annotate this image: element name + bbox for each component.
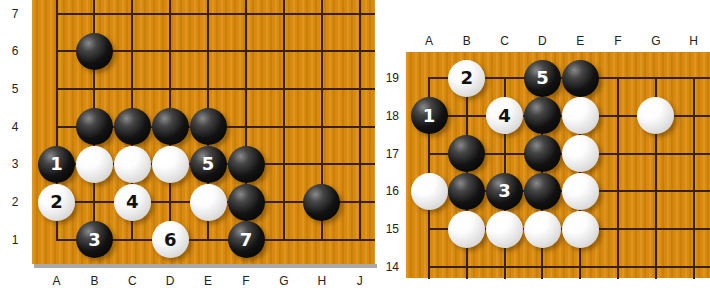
stone-black-B1: 3: [76, 221, 113, 258]
stone-black-B6: [76, 33, 113, 70]
move-number-5: 5: [202, 155, 215, 173]
stone-black-C16: 3: [486, 173, 523, 210]
row-label-17: 17: [373, 146, 399, 162]
move-number-7: 7: [240, 231, 253, 249]
move-number-2: 2: [461, 69, 474, 87]
stone-black-H2: [303, 184, 340, 221]
column-label-J: J: [347, 273, 373, 289]
stone-white-E16: [562, 173, 599, 210]
stone-white-B19: 2: [448, 60, 485, 97]
row-label-7: 7: [2, 6, 28, 22]
grid-line-row-7: [56, 13, 376, 15]
stone-black-F1: 7: [228, 221, 265, 258]
grid-line-row-5: [56, 88, 376, 90]
column-label-B: B: [454, 33, 480, 49]
row-label-15: 15: [373, 221, 399, 237]
row-label-1: 1: [2, 232, 28, 248]
row-label-2: 2: [2, 194, 28, 210]
diagram-left-board-edge-shadow: [34, 264, 377, 268]
column-label-E: E: [567, 33, 593, 49]
column-label-F: F: [605, 33, 631, 49]
stone-black-C4: [114, 108, 151, 145]
row-label-18: 18: [373, 108, 399, 124]
move-number-6: 6: [164, 231, 177, 249]
stone-black-D17: [524, 135, 561, 172]
column-label-A: A: [416, 33, 442, 49]
stone-black-E4: [190, 108, 227, 145]
stone-black-A18: 1: [411, 97, 448, 134]
stone-black-F2: [228, 184, 265, 221]
move-number-3: 3: [498, 182, 511, 200]
stone-white-B3: [76, 146, 113, 183]
column-label-F: F: [233, 273, 259, 289]
row-label-14: 14: [373, 259, 399, 275]
move-number-3: 3: [88, 231, 101, 249]
column-label-G: G: [271, 273, 297, 289]
stone-black-D19: 5: [524, 60, 561, 97]
stone-black-B4: [76, 108, 113, 145]
stone-white-D15: [524, 211, 561, 248]
stone-white-E2: [190, 184, 227, 221]
stone-white-D1: 6: [152, 221, 189, 258]
column-label-G: G: [643, 33, 669, 49]
stone-white-C2: 4: [114, 184, 151, 221]
row-label-5: 5: [2, 81, 28, 97]
move-number-1: 1: [423, 107, 436, 125]
grid-line-col-F: [617, 78, 619, 279]
stone-black-D16: [524, 173, 561, 210]
column-label-D: D: [529, 33, 555, 49]
stone-black-E19: [562, 60, 599, 97]
move-number-2: 2: [50, 193, 63, 211]
move-number-1: 1: [50, 155, 63, 173]
stone-white-A2: 2: [38, 184, 75, 221]
page: ABCDEFGHJ76543211524367ABCDEFGH191817161…: [0, 0, 710, 301]
row-label-4: 4: [2, 119, 28, 135]
stone-white-E15: [562, 211, 599, 248]
stone-black-D18: [524, 97, 561, 134]
column-label-A: A: [44, 273, 70, 289]
grid-line-row-14: [428, 266, 710, 268]
move-number-5: 5: [536, 69, 549, 87]
stone-white-A16: [411, 173, 448, 210]
column-label-H: H: [309, 273, 335, 289]
stone-black-B16: [448, 173, 485, 210]
stone-white-C3: [114, 146, 151, 183]
grid-line-col-J: [359, 0, 361, 241]
grid-line-col-G: [283, 0, 285, 241]
column-label-E: E: [195, 273, 221, 289]
stone-white-C15: [486, 211, 523, 248]
stone-white-E17: [562, 135, 599, 172]
column-label-H: H: [681, 33, 707, 49]
row-label-6: 6: [2, 43, 28, 59]
column-label-B: B: [81, 273, 107, 289]
row-label-19: 19: [373, 70, 399, 86]
row-label-16: 16: [373, 183, 399, 199]
stone-black-A3: 1: [38, 146, 75, 183]
move-number-4: 4: [498, 107, 511, 125]
stone-white-B15: [448, 211, 485, 248]
column-label-C: C: [492, 33, 518, 49]
stone-black-D4: [152, 108, 189, 145]
move-number-4: 4: [126, 193, 139, 211]
grid-line-col-H: [693, 78, 695, 279]
column-label-D: D: [157, 273, 183, 289]
stone-black-E3: 5: [190, 146, 227, 183]
stone-white-D3: [152, 146, 189, 183]
column-label-C: C: [119, 273, 145, 289]
stone-black-F3: [228, 146, 265, 183]
row-label-3: 3: [2, 156, 28, 172]
stone-white-E18: [562, 97, 599, 134]
